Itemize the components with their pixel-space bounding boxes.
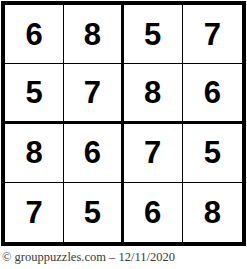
cell-r4c2[interactable]: 5 <box>64 183 123 242</box>
digit: 5 <box>144 19 161 50</box>
digit: 7 <box>84 77 101 108</box>
cell-r2c4[interactable]: 6 <box>183 64 242 123</box>
cell-r4c3[interactable]: 6 <box>124 183 183 242</box>
cell-r1c4[interactable]: 7 <box>183 5 242 64</box>
digit: 6 <box>204 77 221 108</box>
digit: 5 <box>204 137 221 168</box>
cell-r2c2[interactable]: 7 <box>64 64 123 123</box>
digit: 6 <box>26 19 43 50</box>
cell-r1c2[interactable]: 8 <box>64 5 123 64</box>
cell-r3c4[interactable]: 5 <box>183 124 242 183</box>
cell-r2c3[interactable]: 8 <box>124 64 183 123</box>
cell-r3c3[interactable]: 7 <box>124 124 183 183</box>
cell-r1c3[interactable]: 5 <box>124 5 183 64</box>
digit: 5 <box>84 197 101 228</box>
digit: 8 <box>144 77 161 108</box>
cell-r4c4[interactable]: 8 <box>183 183 242 242</box>
cell-r2c1[interactable]: 5 <box>5 64 64 123</box>
digit: 7 <box>204 19 221 50</box>
digit: 8 <box>26 137 43 168</box>
digit: 8 <box>84 19 101 50</box>
cell-r3c1[interactable]: 8 <box>5 124 64 183</box>
cell-r3c2[interactable]: 6 <box>64 124 123 183</box>
digit: 6 <box>84 137 101 168</box>
sudoku-board: 6857578686757568 <box>1 1 246 246</box>
copyright-footer: © grouppuzzles.com – 12/11/2020 <box>2 250 175 265</box>
digit: 7 <box>26 197 43 228</box>
cell-r4c1[interactable]: 7 <box>5 183 64 242</box>
digit: 5 <box>26 77 43 108</box>
digit: 6 <box>144 197 161 228</box>
digit: 7 <box>144 137 161 168</box>
cell-r1c1[interactable]: 6 <box>5 5 64 64</box>
page: 6857578686757568 © grouppuzzles.com – 12… <box>0 0 247 269</box>
digit: 8 <box>204 197 221 228</box>
